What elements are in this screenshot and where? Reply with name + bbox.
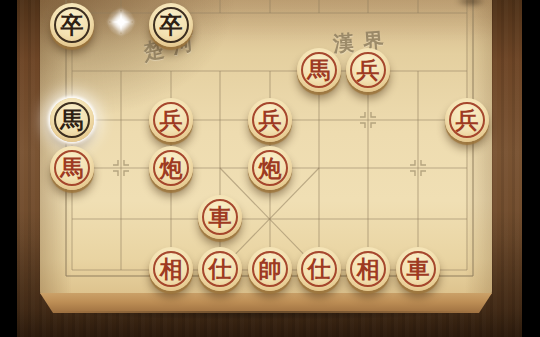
piece-red-soldier[interactable]: 兵 — [248, 98, 292, 142]
piece-red-cannon[interactable]: 炮 — [248, 146, 292, 190]
piece-character: 帥 — [259, 258, 282, 281]
piece-red-elephant[interactable]: 相 — [346, 247, 390, 291]
letterbox-left — [0, 0, 17, 337]
letterbox-right — [522, 0, 540, 337]
piece-character: 車 — [209, 206, 232, 229]
piece-character: 兵 — [357, 59, 380, 82]
piece-character: 相 — [357, 258, 380, 281]
piece-character: 馬 — [61, 109, 84, 132]
piece-character: 兵 — [259, 109, 282, 132]
piece-red-general[interactable]: 帥 — [248, 247, 292, 291]
piece-red-advisor[interactable]: 仕 — [198, 247, 242, 291]
piece-red-chariot[interactable]: 車 — [198, 195, 242, 239]
piece-red-horse[interactable]: 馬 — [297, 48, 341, 92]
sparkle-effect — [106, 7, 136, 37]
piece-red-soldier[interactable]: 兵 — [346, 48, 390, 92]
piece-character: 炮 — [259, 157, 282, 180]
piece-character: 炮 — [160, 157, 183, 180]
piece-character: 卒 — [160, 14, 183, 37]
piece-black-soldier[interactable]: 卒 — [149, 3, 193, 47]
piece-red-soldier[interactable]: 兵 — [149, 98, 193, 142]
piece-character: 兵 — [160, 109, 183, 132]
piece-red-horse[interactable]: 馬 — [50, 146, 94, 190]
piece-red-cannon[interactable]: 炮 — [149, 146, 193, 190]
piece-character: 馬 — [61, 157, 84, 180]
piece-black-horse[interactable]: 馬 — [50, 98, 94, 142]
piece-red-elephant[interactable]: 相 — [149, 247, 193, 291]
piece-red-soldier[interactable]: 兵 — [445, 98, 489, 142]
piece-character: 仕 — [209, 258, 232, 281]
piece-red-advisor[interactable]: 仕 — [297, 247, 341, 291]
piece-red-chariot[interactable]: 車 — [396, 247, 440, 291]
piece-black-soldier[interactable]: 卒 — [50, 3, 94, 47]
screenshot-stage: 楚河 漢界 卒卒馬兵馬兵兵兵馬炮炮車相仕帥仕相車 — [0, 0, 540, 337]
piece-character: 馬 — [308, 59, 331, 82]
piece-character: 仕 — [308, 258, 331, 281]
piece-character: 車 — [407, 258, 430, 281]
piece-character: 兵 — [456, 109, 479, 132]
piece-character: 卒 — [61, 14, 84, 37]
piece-character: 相 — [160, 258, 183, 281]
